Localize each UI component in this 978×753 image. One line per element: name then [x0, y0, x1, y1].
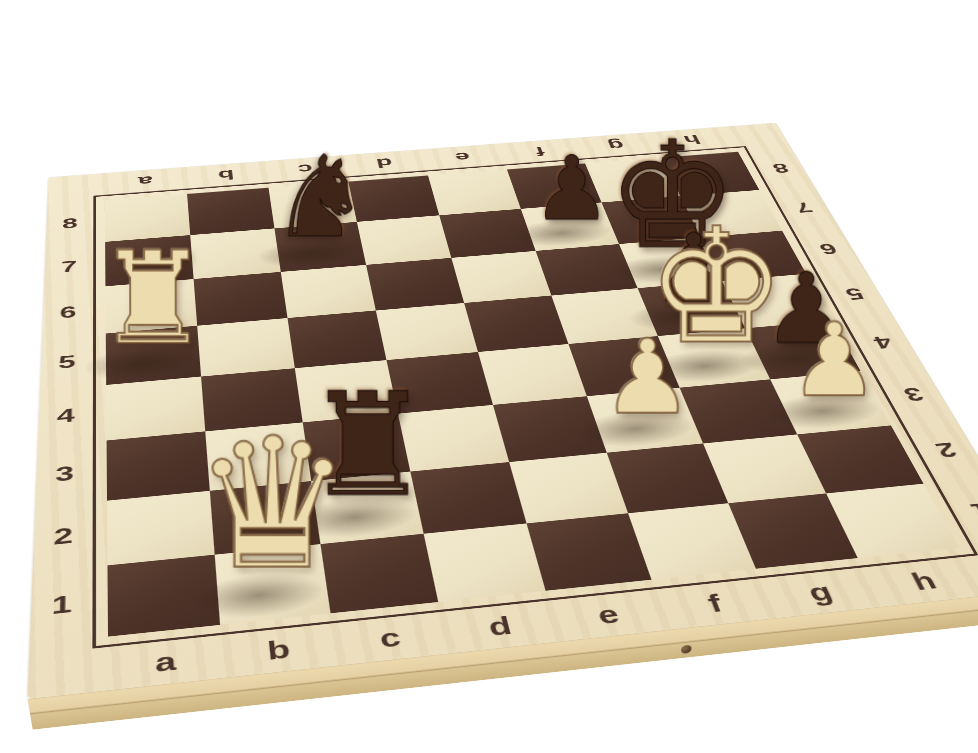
rank-label-left-8: 8 — [62, 216, 78, 231]
rank-label-left-7: 7 — [61, 258, 77, 274]
square-d5 — [376, 303, 478, 360]
file-label-bottom-h: h — [908, 569, 941, 594]
square-d6 — [366, 258, 464, 311]
rank-label-left-2: 2 — [53, 525, 73, 549]
file-label-top-a: a — [138, 174, 153, 188]
file-label-bottom-g: g — [804, 580, 836, 606]
file-label-top-b: b — [217, 168, 235, 182]
square-e6 — [451, 251, 551, 303]
scene: aa88bb77cc66dd55ee44ff33gg22hh11♞♟♚♟♟♜♜♚… — [38, 0, 918, 753]
white-rook-glyph: ♜ — [79, 235, 227, 363]
rank-label-left-4: 4 — [57, 406, 75, 426]
rank-label-right-8: 8 — [770, 161, 791, 175]
rank-label-left-5: 5 — [58, 353, 76, 372]
white-pawn-glyph: ♟ — [569, 325, 724, 428]
white-queen-glyph: ♛ — [185, 414, 359, 595]
photo-of-chessboard: aa88bb77cc66dd55ee44ff33gg22hh11♞♟♚♟♟♜♜♚… — [0, 0, 978, 753]
file-label-bottom-d: d — [486, 613, 514, 640]
chess-board: aa88bb77cc66dd55ee44ff33gg22hh11♞♟♚♟♟♜♜♚… — [27, 123, 978, 699]
file-label-bottom-b: b — [266, 637, 291, 664]
black-knight-glyph: ♞ — [252, 141, 388, 253]
rank-label-right-2: 2 — [932, 440, 961, 461]
square-d1 — [424, 524, 546, 603]
square-c6 — [280, 265, 376, 319]
file-label-bottom-c: c — [378, 625, 403, 652]
square-c5 — [287, 311, 387, 369]
file-label-bottom-e: e — [594, 602, 621, 628]
rank-label-right-7: 7 — [792, 200, 814, 215]
rank-label-right-1: 1 — [967, 500, 978, 523]
rank-label-left-1: 1 — [51, 592, 72, 618]
clasp-screw — [680, 645, 691, 654]
file-label-bottom-a: a — [154, 649, 176, 677]
square-e5 — [464, 296, 568, 352]
file-label-top-e: e — [453, 150, 471, 163]
white-pawn-glyph: ♟ — [758, 309, 912, 411]
rank-label-left-6: 6 — [60, 304, 77, 321]
rank-label-left-3: 3 — [55, 463, 74, 485]
file-label-bottom-f: f — [704, 591, 725, 616]
